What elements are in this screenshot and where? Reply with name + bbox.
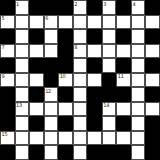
white-cell-r10c5[interactable]	[73, 145, 88, 160]
black-cell-r8c6	[87, 116, 102, 131]
white-cell-r5c1[interactable]	[15, 73, 30, 88]
black-cell-r2c4	[58, 29, 73, 44]
white-cell-r7c5[interactable]	[73, 102, 88, 117]
black-cell-r4c10	[145, 58, 160, 73]
black-cell-r10c6	[87, 145, 102, 160]
black-cell-r10c0	[0, 145, 15, 160]
white-cell-r9c6[interactable]	[87, 131, 102, 146]
black-cell-r8c8	[116, 116, 131, 131]
clue-number-9: 9	[2, 73, 5, 79]
white-cell-r1c1[interactable]	[15, 15, 30, 30]
white-cell-r4c7[interactable]	[102, 58, 117, 73]
white-cell-r3c1[interactable]	[15, 44, 30, 59]
white-cell-r7c3[interactable]	[44, 102, 59, 117]
white-cell-r3c7[interactable]	[102, 44, 117, 59]
white-cell-r8c5[interactable]	[73, 116, 88, 131]
black-cell-r8c4	[58, 116, 73, 131]
white-cell-r3c8[interactable]	[116, 44, 131, 59]
black-cell-r2c8	[116, 29, 131, 44]
white-cell-r8c3[interactable]	[44, 116, 59, 131]
white-cell-r2c1[interactable]	[15, 29, 30, 44]
white-cell-r0c7[interactable]: 3	[102, 0, 117, 15]
white-cell-r5c5[interactable]	[73, 73, 88, 88]
white-cell-r6c9[interactable]	[131, 87, 146, 102]
white-cell-r7c8[interactable]	[116, 102, 131, 117]
black-cell-r6c2	[29, 87, 44, 102]
black-cell-r6c4	[58, 87, 73, 102]
white-cell-r1c2[interactable]	[29, 15, 44, 30]
black-cell-r0c3	[44, 0, 59, 15]
black-cell-r8c10	[145, 116, 160, 131]
white-cell-r7c1[interactable]: 13	[15, 102, 30, 117]
black-cell-r8c2	[29, 116, 44, 131]
black-cell-r4c3	[44, 58, 59, 73]
black-cell-r4c8	[116, 58, 131, 73]
white-cell-r4c5[interactable]	[73, 58, 88, 73]
black-cell-r6c6	[87, 87, 102, 102]
black-cell-r7c6	[87, 102, 102, 117]
black-cell-r2c0	[0, 29, 15, 44]
black-cell-r7c0	[0, 102, 15, 117]
clue-number-15: 15	[2, 131, 8, 137]
clue-number-8: 8	[74, 44, 77, 50]
white-cell-r5c8[interactable]: 11	[116, 73, 131, 88]
white-cell-r5c6[interactable]	[87, 73, 102, 88]
black-cell-r2c2	[29, 29, 44, 44]
black-cell-r0c8	[116, 0, 131, 15]
white-cell-r1c10[interactable]	[145, 15, 160, 30]
white-cell-r10c1[interactable]	[15, 145, 30, 160]
white-cell-r1c8[interactable]	[116, 15, 131, 30]
black-cell-r0c2	[29, 0, 44, 15]
white-cell-r3c10[interactable]	[145, 44, 160, 59]
white-cell-r6c5[interactable]	[73, 87, 88, 102]
white-cell-r9c9[interactable]	[131, 131, 146, 146]
black-cell-r5c3	[44, 73, 59, 88]
white-cell-r3c9[interactable]	[131, 44, 146, 59]
white-cell-r1c0[interactable]: 5	[0, 15, 15, 30]
white-cell-r3c6[interactable]	[87, 44, 102, 59]
clue-number-6: 6	[45, 15, 48, 21]
white-cell-r3c3[interactable]	[44, 44, 59, 59]
black-cell-r9c10	[145, 131, 160, 146]
white-cell-r4c9[interactable]	[131, 58, 146, 73]
clue-number-2: 2	[74, 1, 77, 7]
white-cell-r7c4[interactable]	[58, 102, 73, 117]
black-cell-r0c4	[58, 0, 73, 15]
white-cell-r9c3[interactable]	[44, 131, 59, 146]
white-cell-r7c2[interactable]	[29, 102, 44, 117]
white-cell-r2c5[interactable]	[73, 29, 88, 44]
white-cell-r1c6[interactable]	[87, 15, 102, 30]
white-cell-r9c5[interactable]	[73, 131, 88, 146]
white-cell-r9c7[interactable]	[102, 131, 117, 146]
black-cell-r2c6	[87, 29, 102, 44]
white-cell-r10c9[interactable]	[131, 145, 146, 160]
white-cell-r1c5[interactable]	[73, 15, 88, 30]
white-cell-r9c0[interactable]: 15	[0, 131, 15, 146]
white-cell-r3c5[interactable]: 8	[73, 44, 88, 59]
black-cell-r10c8	[116, 145, 131, 160]
black-cell-r2c10	[145, 29, 160, 44]
black-cell-r10c10	[145, 145, 160, 160]
black-cell-r4c0	[0, 58, 15, 73]
white-cell-r6c1[interactable]	[15, 87, 30, 102]
black-cell-r4c2	[29, 58, 44, 73]
white-cell-r9c1[interactable]	[15, 131, 30, 146]
white-cell-r1c9[interactable]	[131, 15, 146, 30]
white-cell-r5c10[interactable]	[145, 73, 160, 88]
white-cell-r9c4[interactable]	[58, 131, 73, 146]
black-cell-r10c7	[102, 145, 117, 160]
white-cell-r2c9[interactable]	[131, 29, 146, 44]
crossword-board: 123456789101112131415	[0, 0, 160, 160]
clue-number-14: 14	[103, 102, 109, 108]
white-cell-r5c0[interactable]: 9	[0, 73, 15, 88]
clue-number-1: 1	[16, 1, 19, 7]
white-cell-r0c9[interactable]: 4	[131, 0, 146, 15]
white-cell-r5c2[interactable]	[29, 73, 44, 88]
white-cell-r10c3[interactable]	[44, 145, 59, 160]
clue-number-11: 11	[118, 73, 124, 79]
black-cell-r8c0	[0, 116, 15, 131]
black-cell-r6c0	[0, 87, 15, 102]
white-cell-r4c1[interactable]	[15, 58, 30, 73]
black-cell-r6c7	[102, 87, 117, 102]
white-cell-r5c4[interactable]: 10	[58, 73, 73, 88]
black-cell-r10c4	[58, 145, 73, 160]
white-cell-r9c8[interactable]	[116, 131, 131, 146]
white-cell-r3c2[interactable]	[29, 44, 44, 59]
clue-number-13: 13	[16, 102, 22, 108]
white-cell-r0c5[interactable]: 2	[73, 0, 88, 15]
white-cell-r7c10[interactable]	[145, 102, 160, 117]
white-cell-r3c0[interactable]: 7	[0, 44, 15, 59]
clue-number-12: 12	[45, 88, 51, 94]
black-cell-r6c10	[145, 87, 160, 102]
clue-number-10: 10	[60, 73, 66, 79]
white-cell-r8c7[interactable]	[102, 116, 117, 131]
white-cell-r2c7[interactable]	[102, 29, 117, 44]
white-cell-r6c3[interactable]: 12	[44, 87, 59, 102]
black-cell-r3c4	[58, 44, 73, 59]
white-cell-r8c1[interactable]	[15, 116, 30, 131]
white-cell-r0c1[interactable]: 1	[15, 0, 30, 15]
black-cell-r0c6	[87, 0, 102, 15]
black-cell-r10c2	[29, 145, 44, 160]
clue-number-5: 5	[2, 15, 5, 21]
white-cell-r5c9[interactable]	[131, 73, 146, 88]
black-cell-r0c0	[0, 0, 15, 15]
white-cell-r7c7[interactable]: 14	[102, 102, 117, 117]
clue-number-7: 7	[2, 44, 5, 50]
white-cell-r9c2[interactable]	[29, 131, 44, 146]
clue-number-4: 4	[132, 1, 135, 7]
black-cell-r6c8	[116, 87, 131, 102]
clue-number-3: 3	[103, 1, 106, 7]
black-cell-r0c10	[145, 0, 160, 15]
white-cell-r1c3[interactable]: 6	[44, 15, 59, 30]
white-cell-r2c3[interactable]	[44, 29, 59, 44]
white-cell-r1c4[interactable]	[58, 15, 73, 30]
black-cell-r5c7	[102, 73, 117, 88]
black-cell-r4c4	[58, 58, 73, 73]
white-cell-r1c7[interactable]	[102, 15, 117, 30]
white-cell-r8c9[interactable]	[131, 116, 146, 131]
black-cell-r4c6	[87, 58, 102, 73]
white-cell-r7c9[interactable]	[131, 102, 146, 117]
